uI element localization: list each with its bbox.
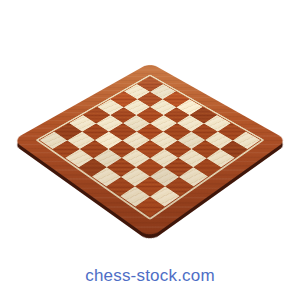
watermark: chess-stock.com	[0, 266, 300, 286]
product-photo: chess-stock.com	[0, 0, 300, 300]
chess-board	[13, 63, 287, 238]
board-grid	[40, 77, 261, 217]
